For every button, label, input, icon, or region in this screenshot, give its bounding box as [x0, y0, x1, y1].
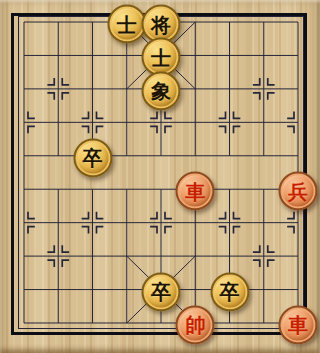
- piece-black-advisor-1[interactable]: 士: [107, 5, 146, 44]
- piece-red-soldier[interactable]: 兵: [279, 172, 318, 211]
- piece-red-general[interactable]: 帥: [176, 305, 215, 344]
- piece-black-soldier-2[interactable]: 卒: [142, 272, 181, 311]
- piece-red-chariot-1[interactable]: 車: [176, 172, 215, 211]
- xiangqi-board[interactable]: 士将士象卒卒卒車兵帥車: [0, 0, 320, 353]
- piece-black-soldier-1[interactable]: 卒: [73, 138, 112, 177]
- piece-black-soldier-3[interactable]: 卒: [210, 272, 249, 311]
- piece-red-chariot-2[interactable]: 車: [279, 305, 318, 344]
- piece-black-elephant[interactable]: 象: [142, 71, 181, 110]
